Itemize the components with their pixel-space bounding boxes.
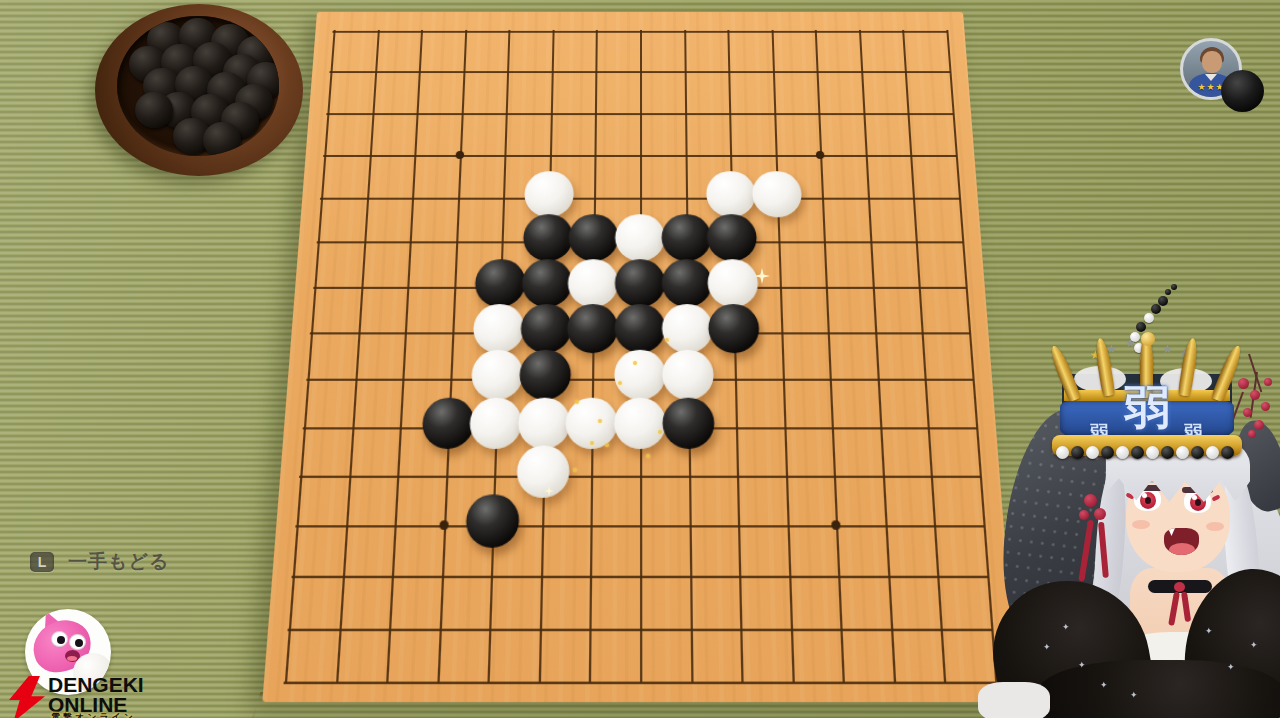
black-stone: ● xyxy=(519,350,571,400)
white-stone: ○ xyxy=(473,304,525,353)
star-point xyxy=(832,521,841,531)
black-pearl xyxy=(1221,446,1234,459)
stone-bowl xyxy=(95,4,303,176)
white-stone: ○ xyxy=(751,171,802,217)
undo-hint: L 一手もどる xyxy=(30,549,169,575)
undo-label: 一手もどる xyxy=(68,549,169,575)
fur-sparkle-icon: ✦ xyxy=(1043,642,1051,652)
board-grid[interactable]: ○○○●●○●●●●○●●○○●●●○●○●○○●○○○○●○● xyxy=(285,31,995,682)
white-stone: ○ xyxy=(707,259,758,307)
black-bead xyxy=(1171,284,1177,290)
grid-line-h xyxy=(288,628,993,630)
grid-line-v xyxy=(437,30,467,683)
white-stone: ○ xyxy=(516,445,569,497)
grid-line-h xyxy=(291,576,988,578)
choker xyxy=(1148,580,1212,593)
fur-sparkle-icon: ✦ xyxy=(1250,640,1258,650)
black-stone: ● xyxy=(615,304,666,353)
white-pearl xyxy=(1086,446,1099,459)
blush-left xyxy=(1132,520,1150,529)
white-stone: ○ xyxy=(706,171,756,217)
fur-sparkle-icon: ✦ xyxy=(1100,680,1108,690)
fur-sparkle-icon: ✦ xyxy=(1130,690,1138,700)
stone-bowl-opening xyxy=(117,16,279,156)
white-stone: ○ xyxy=(615,215,665,262)
grid-line-v xyxy=(336,30,380,683)
white-dress-edge xyxy=(978,682,1050,718)
grid-line-v xyxy=(771,30,794,683)
white-pearl xyxy=(1176,446,1189,459)
black-stone: ● xyxy=(708,304,760,353)
fur-stole xyxy=(1038,660,1280,718)
bowl-black-stone xyxy=(203,122,241,156)
white-stone: ○ xyxy=(661,304,712,353)
black-stone: ● xyxy=(465,494,520,548)
black-stone: ● xyxy=(661,215,711,262)
black-pearl xyxy=(1161,446,1174,459)
grid-line-v xyxy=(589,30,598,683)
white-stone: ○ xyxy=(614,350,665,400)
streamer-overlay: ★★★★★★ xyxy=(980,282,1280,718)
grid-line-v xyxy=(728,30,744,683)
sparkle-dot xyxy=(618,381,622,385)
grid-line-v xyxy=(285,30,336,683)
white-pearl xyxy=(1116,446,1129,459)
grid-line-h xyxy=(284,682,997,685)
black-stone: ● xyxy=(615,259,665,307)
white-stone: ○ xyxy=(614,397,666,448)
black-bead xyxy=(1151,304,1161,314)
fur-sparkle-icon: ✦ xyxy=(1205,626,1213,636)
mouth xyxy=(1164,528,1199,555)
fur-sparkle-icon: ✦ xyxy=(1062,622,1070,632)
sparkle-dot xyxy=(633,361,637,365)
white-stone: ○ xyxy=(568,259,619,307)
l-button-icon: L xyxy=(30,552,54,572)
bowl-black-stone xyxy=(135,92,173,128)
black-bead xyxy=(1165,289,1171,295)
white-bead xyxy=(1144,313,1154,323)
black-stone: ● xyxy=(569,215,619,262)
sparkle-dot xyxy=(646,454,650,458)
go-board[interactable]: ○○○●●○●●●●○●●○○●●●○●○●○○●○○○○●○● xyxy=(262,12,1017,702)
sparkle-dot xyxy=(573,468,577,472)
white-pearl xyxy=(1146,446,1159,459)
black-bead xyxy=(1136,322,1146,332)
berry-ornament-dot xyxy=(1261,402,1270,411)
white-stone: ○ xyxy=(471,350,524,400)
black-bead xyxy=(1158,296,1168,306)
gray-star-icon: ★ xyxy=(1125,336,1136,350)
black-pearl xyxy=(1101,446,1114,459)
black-stone: ● xyxy=(475,259,527,307)
white-stone: ○ xyxy=(662,350,714,400)
sparkle-dot xyxy=(665,338,669,342)
star-point xyxy=(439,521,448,531)
gray-star-icon: ★ xyxy=(1162,342,1173,356)
black-stone: ● xyxy=(520,304,572,353)
black-stone: ● xyxy=(523,215,574,262)
black-pearl xyxy=(1071,446,1084,459)
berry-ornament-dot xyxy=(1254,420,1264,430)
star-point xyxy=(816,151,825,159)
white-stone: ○ xyxy=(469,397,522,448)
white-pearl xyxy=(1056,446,1069,459)
opponent-black-stone-icon xyxy=(1221,70,1264,112)
fur-sparkle-icon: ✦ xyxy=(1078,660,1086,670)
fur-sparkle-icon: ✦ xyxy=(1227,662,1235,672)
black-stone: ● xyxy=(661,259,712,307)
crown-jewel-text: 弱 xyxy=(1052,384,1242,430)
game-screenshot: ○○○●●○●●●●○●●○○●●●○●○●○○●○○○○●○● ★★★ L 一… xyxy=(0,0,1280,718)
brand-katakana: 電撃オンライン xyxy=(51,711,136,718)
hair-ornament xyxy=(1079,510,1089,520)
hair-ornament xyxy=(1094,508,1106,520)
star-point xyxy=(455,151,464,159)
white-stone: ○ xyxy=(524,171,574,217)
sparkle-dot xyxy=(605,443,609,447)
sparkle-dot xyxy=(598,419,602,423)
grid-line-h xyxy=(299,475,981,477)
grid-line-h xyxy=(295,525,984,527)
grid-line-v xyxy=(386,30,423,683)
hair-ornament xyxy=(1084,494,1097,507)
grid-line-v xyxy=(903,30,947,683)
berry-ornament-dot xyxy=(1264,378,1272,386)
black-stone: ● xyxy=(662,397,714,448)
black-stone: ● xyxy=(521,259,572,307)
black-pearl xyxy=(1191,446,1204,459)
berry-ornament-dot xyxy=(1250,390,1260,400)
sparkle-dot xyxy=(575,400,579,404)
grid-line-v xyxy=(859,30,896,683)
berry-ornament-dot xyxy=(1248,430,1256,438)
sparkle-dot xyxy=(590,441,594,445)
grid-line-v xyxy=(815,30,845,683)
black-stone: ● xyxy=(707,215,758,262)
white-stone: ○ xyxy=(517,397,570,448)
black-stone: ● xyxy=(567,304,618,353)
black-stone: ● xyxy=(421,397,475,448)
berry-ornament-dot xyxy=(1243,408,1252,417)
crown: 弱 弱 弱 xyxy=(1052,358,1242,456)
sparkle-dot xyxy=(658,430,662,434)
avatar-face xyxy=(1202,51,1222,73)
white-pearl xyxy=(1206,446,1219,459)
blush-right xyxy=(1206,522,1224,531)
black-pearl xyxy=(1131,446,1144,459)
